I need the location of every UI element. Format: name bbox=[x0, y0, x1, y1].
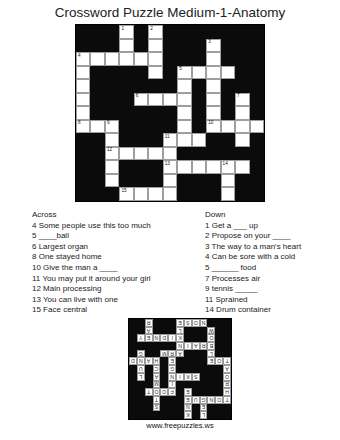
solution-letter: R bbox=[201, 343, 207, 349]
solution-grid: LKENSTONGUETHEFOOTRIMOSKINALAGCUTOEEHAND… bbox=[128, 318, 232, 420]
solution-cell-r10c3 bbox=[200, 334, 208, 342]
solution-cell-r9c7 bbox=[168, 342, 176, 350]
solution-cell-r10c0 bbox=[223, 334, 231, 342]
cell-r7c7[interactable] bbox=[177, 120, 191, 134]
solution-cell-r3c8: O bbox=[160, 388, 168, 396]
cell-r7c2[interactable]: 9 bbox=[105, 120, 119, 134]
cell-r2c3[interactable] bbox=[119, 52, 133, 66]
solution-letter: A bbox=[177, 351, 183, 357]
solution-cell-r8c7: R bbox=[168, 350, 176, 358]
cell-r7c1[interactable] bbox=[90, 120, 104, 134]
cell-r8c5 bbox=[148, 133, 162, 147]
cell-r11c8 bbox=[192, 174, 206, 188]
solution-cell-r9c6: N bbox=[176, 342, 184, 350]
solution-cell-r2c9: T bbox=[153, 396, 161, 404]
solution-letter: M bbox=[154, 382, 160, 388]
cell-r11c10[interactable] bbox=[221, 174, 235, 188]
cell-r2c5[interactable] bbox=[148, 52, 162, 66]
cell-r8c1 bbox=[90, 133, 104, 147]
solution-cell-r3c4 bbox=[192, 388, 200, 396]
cell-r0c0 bbox=[76, 25, 90, 39]
cell-r12c11 bbox=[235, 187, 249, 201]
solution-cell-r2c11 bbox=[137, 396, 145, 404]
cell-r4c10 bbox=[221, 79, 235, 93]
cell-r12c1 bbox=[90, 187, 104, 201]
solution-cell-r0c3: L bbox=[200, 411, 208, 419]
solution-cell-r4c4 bbox=[192, 381, 200, 389]
cell-r1c9[interactable]: 3 bbox=[206, 39, 220, 53]
cell-r2c4[interactable] bbox=[134, 52, 148, 66]
cell-r11c5 bbox=[148, 174, 162, 188]
solution-cell-r9c12 bbox=[129, 342, 137, 350]
solution-cell-r7c10: A bbox=[145, 357, 153, 365]
cell-r0c2 bbox=[105, 25, 119, 39]
solution-cell-r8c11: G bbox=[137, 350, 145, 358]
solution-cell-r2c7 bbox=[168, 396, 176, 404]
solution-cell-r4c0: R bbox=[223, 381, 231, 389]
down-clue-11: 11 Sprained bbox=[205, 295, 337, 306]
cell-r2c12 bbox=[250, 52, 264, 66]
cell-r10c0 bbox=[76, 160, 90, 174]
solution-cell-r0c10 bbox=[145, 411, 153, 419]
solution-cell-r12c8 bbox=[160, 319, 168, 327]
cell-r4c1 bbox=[90, 79, 104, 93]
solution-cell-r5c1 bbox=[215, 373, 223, 381]
cell-r4c2 bbox=[105, 79, 119, 93]
solution-cell-r6c1 bbox=[215, 365, 223, 373]
solution-cell-r0c2 bbox=[207, 411, 215, 419]
solution-cell-r5c2 bbox=[207, 373, 215, 381]
solution-letter: R bbox=[169, 351, 175, 357]
solution-cell-r2c12 bbox=[129, 396, 137, 404]
cell-r0c12 bbox=[250, 25, 264, 39]
cell-r0c4 bbox=[134, 25, 148, 39]
cell-r3c0[interactable] bbox=[76, 66, 90, 80]
cell-r11c2[interactable] bbox=[105, 174, 119, 188]
cell-r9c1 bbox=[90, 147, 104, 161]
cell-r5c7[interactable] bbox=[177, 93, 191, 107]
cell-r9c4[interactable] bbox=[134, 147, 148, 161]
solution-cell-r7c2: E bbox=[207, 357, 215, 365]
solution-cell-r1c6 bbox=[176, 404, 184, 412]
solution-letter: T bbox=[146, 389, 152, 395]
solution-cell-r4c10 bbox=[145, 381, 153, 389]
cell-r7c3 bbox=[119, 120, 133, 134]
cell-r11c6[interactable] bbox=[163, 174, 177, 188]
solution-letter: D bbox=[161, 335, 167, 341]
cell-r10c2[interactable] bbox=[105, 160, 119, 174]
cell-r4c3 bbox=[119, 79, 133, 93]
cell-r12c6[interactable] bbox=[163, 187, 177, 201]
solution-cell-r5c7: N bbox=[168, 373, 176, 381]
solution-cell-r9c11 bbox=[137, 342, 145, 350]
cell-r10c8[interactable] bbox=[192, 160, 206, 174]
solution-cell-r2c4: U bbox=[192, 396, 200, 404]
solution-letter: I bbox=[177, 374, 183, 380]
cell-r7c12[interactable] bbox=[250, 120, 264, 134]
cell-r2c9[interactable] bbox=[206, 52, 220, 66]
solution-cell-r10c6: K bbox=[176, 334, 184, 342]
solution-letter: N bbox=[154, 335, 160, 341]
cell-r10c10[interactable]: 14 bbox=[221, 160, 235, 174]
solution-letter: L bbox=[208, 351, 214, 357]
cell-r9c7 bbox=[177, 147, 191, 161]
cell-r4c0[interactable] bbox=[76, 79, 90, 93]
solution-cell-r0c7 bbox=[168, 411, 176, 419]
cell-r6c0[interactable] bbox=[76, 106, 90, 120]
down-heading: Down bbox=[205, 210, 337, 221]
solution-letter: H bbox=[154, 358, 160, 364]
cell-r1c10 bbox=[221, 39, 235, 53]
across-clue-12: 12 Main processing bbox=[32, 284, 197, 295]
solution-letter: U bbox=[138, 366, 144, 372]
cell-r5c6[interactable] bbox=[163, 93, 177, 107]
solution-cell-r7c12: D bbox=[129, 357, 137, 365]
solution-cell-r12c11 bbox=[137, 319, 145, 327]
solution-cell-r10c5 bbox=[184, 334, 192, 342]
cell-r8c12 bbox=[250, 133, 264, 147]
solution-cell-r9c3: R bbox=[200, 342, 208, 350]
cell-r0c7 bbox=[177, 25, 191, 39]
cell-r2c10 bbox=[221, 52, 235, 66]
cell-r7c0[interactable]: 8 bbox=[76, 120, 90, 134]
solution-cell-r12c5: S bbox=[184, 319, 192, 327]
solution-cell-r3c9: O bbox=[153, 388, 161, 396]
clue-number: 13 bbox=[165, 161, 170, 166]
solution-cell-r4c3 bbox=[200, 381, 208, 389]
cell-r2c8 bbox=[192, 52, 206, 66]
solution-cell-r3c3 bbox=[200, 388, 208, 396]
cell-r7c10[interactable] bbox=[221, 120, 235, 134]
cell-r2c6 bbox=[163, 52, 177, 66]
cell-r4c11 bbox=[235, 79, 249, 93]
across-heading: Across bbox=[32, 210, 197, 221]
solution-cell-r5c10 bbox=[145, 373, 153, 381]
solution-letter: A bbox=[146, 358, 152, 364]
cell-r0c11 bbox=[235, 25, 249, 39]
solution-letter: L bbox=[177, 328, 183, 334]
cell-r9c10 bbox=[221, 147, 235, 161]
across-clue-15: 15 Face central bbox=[32, 305, 197, 316]
solution-cell-r3c7: F bbox=[168, 388, 176, 396]
solution-cell-r7c4 bbox=[192, 357, 200, 365]
solution-cell-r6c12 bbox=[129, 365, 137, 373]
cell-r8c6[interactable]: 11 bbox=[163, 133, 177, 147]
cell-r12c8 bbox=[192, 187, 206, 201]
across-clues: Across 4 Some people use this too much5 … bbox=[32, 210, 197, 316]
cell-r5c9[interactable] bbox=[206, 93, 220, 107]
solution-cell-r3c10: T bbox=[145, 388, 153, 396]
cell-r4c9[interactable] bbox=[206, 79, 220, 93]
cell-r9c9 bbox=[206, 147, 220, 161]
clue-number: 1 bbox=[121, 26, 124, 31]
cell-r1c5[interactable] bbox=[148, 39, 162, 53]
solution-cell-r1c4 bbox=[192, 404, 200, 412]
cell-r10c7[interactable] bbox=[177, 160, 191, 174]
solution-letter: G bbox=[169, 366, 175, 372]
solution-cell-r7c1: O bbox=[215, 357, 223, 365]
cell-r1c11 bbox=[235, 39, 249, 53]
cell-r12c3[interactable]: 15 bbox=[119, 187, 133, 201]
solution-cell-r10c10: E bbox=[145, 334, 153, 342]
solution-cell-r9c5: I bbox=[184, 342, 192, 350]
solution-cell-r12c6: E bbox=[176, 319, 184, 327]
cell-r9c2[interactable]: 12 bbox=[105, 147, 119, 161]
solution-cell-r1c2 bbox=[207, 404, 215, 412]
solution-cell-r8c4 bbox=[192, 350, 200, 358]
solution-cell-r8c3 bbox=[200, 350, 208, 358]
solution-cell-r11c8 bbox=[160, 327, 168, 335]
solution-cell-r1c3: E bbox=[200, 404, 208, 412]
cell-r11c3 bbox=[119, 174, 133, 188]
cell-r8c8[interactable] bbox=[192, 133, 206, 147]
cell-r10c11[interactable] bbox=[235, 160, 249, 174]
solution-letter: O bbox=[216, 358, 222, 364]
clue-number: 11 bbox=[165, 134, 170, 139]
cell-r5c5[interactable] bbox=[148, 93, 162, 107]
cell-r12c2 bbox=[105, 187, 119, 201]
solution-cell-r12c7 bbox=[168, 319, 176, 327]
solution-cell-r6c4 bbox=[192, 365, 200, 373]
solution-cell-r11c3 bbox=[200, 327, 208, 335]
solution-cell-r6c2 bbox=[207, 365, 215, 373]
cell-r3c5[interactable] bbox=[148, 66, 162, 80]
solution-cell-r0c11 bbox=[137, 411, 145, 419]
solution-cell-r12c1 bbox=[215, 319, 223, 327]
solution-cell-r9c2: B bbox=[207, 342, 215, 350]
cell-r3c6 bbox=[163, 66, 177, 80]
across-clue-8: 8 One stayed home bbox=[32, 252, 197, 263]
solution-letter: N bbox=[201, 320, 207, 326]
cell-r6c4 bbox=[134, 106, 148, 120]
cell-r1c12 bbox=[250, 39, 264, 53]
solution-letter: E bbox=[146, 335, 152, 341]
solution-cell-r8c10 bbox=[145, 350, 153, 358]
solution-letter: O bbox=[224, 374, 230, 380]
cell-r5c4[interactable]: 6 bbox=[134, 93, 148, 107]
solution-letter: K bbox=[177, 335, 183, 341]
solution-cell-r7c0: T bbox=[223, 357, 231, 365]
cell-r0c8 bbox=[192, 25, 206, 39]
solution-cell-r6c9: C bbox=[153, 365, 161, 373]
solution-cell-r4c12 bbox=[129, 381, 137, 389]
solution-letter: A bbox=[146, 328, 152, 334]
cell-r5c11[interactable]: 7 bbox=[235, 93, 249, 107]
cell-r3c10[interactable] bbox=[221, 66, 235, 80]
cell-r10c9[interactable] bbox=[206, 160, 220, 174]
solution-cell-r3c11 bbox=[137, 388, 145, 396]
solution-letter: R bbox=[224, 382, 230, 388]
clue-number: 9 bbox=[107, 120, 110, 125]
solution-cell-r6c7: G bbox=[168, 365, 176, 373]
cell-r3c4 bbox=[134, 66, 148, 80]
clue-number: 6 bbox=[136, 93, 139, 98]
solution-letter: G bbox=[201, 397, 207, 403]
cell-r7c4 bbox=[134, 120, 148, 134]
cell-r6c10 bbox=[221, 106, 235, 120]
cell-r4c5 bbox=[148, 79, 162, 93]
cell-r7c6 bbox=[163, 120, 177, 134]
cell-r1c1 bbox=[90, 39, 104, 53]
cell-r4c7[interactable] bbox=[177, 79, 191, 93]
solution-cell-r9c10 bbox=[145, 342, 153, 350]
solution-letter: N bbox=[208, 397, 214, 403]
cell-r6c2 bbox=[105, 106, 119, 120]
cell-r8c0 bbox=[76, 133, 90, 147]
solution-letter: W bbox=[208, 328, 214, 334]
cell-r9c8 bbox=[192, 147, 206, 161]
site-url: www.freepuzzles.ws bbox=[128, 421, 232, 430]
solution-cell-r1c1 bbox=[215, 404, 223, 412]
cell-r5c8 bbox=[192, 93, 206, 107]
solution-cell-r11c9 bbox=[153, 327, 161, 335]
cell-r11c12 bbox=[250, 174, 264, 188]
cell-r6c7[interactable] bbox=[177, 106, 191, 120]
solution-letter: E bbox=[201, 405, 207, 411]
cell-r9c6[interactable] bbox=[163, 147, 177, 161]
cell-r0c3[interactable]: 1 bbox=[119, 25, 133, 39]
solution-cell-r4c6 bbox=[176, 381, 184, 389]
cell-r5c12 bbox=[250, 93, 264, 107]
cell-r5c0[interactable] bbox=[76, 93, 90, 107]
cell-r10c12 bbox=[250, 160, 264, 174]
solution-letter: K bbox=[185, 374, 191, 380]
solution-cell-r11c0 bbox=[223, 327, 231, 335]
solution-letter: A bbox=[224, 366, 230, 372]
solution-cell-r11c10: A bbox=[145, 327, 153, 335]
cell-r10c6[interactable]: 13 bbox=[163, 160, 177, 174]
solution-cell-r11c4 bbox=[192, 327, 200, 335]
solution-cell-r5c9: A bbox=[153, 373, 161, 381]
solution-cell-r7c8 bbox=[160, 357, 168, 365]
cell-r12c4[interactable] bbox=[134, 187, 148, 201]
cell-r11c0 bbox=[76, 174, 90, 188]
cell-r12c5[interactable] bbox=[148, 187, 162, 201]
solution-cell-r8c5 bbox=[184, 350, 192, 358]
solution-cell-r6c10 bbox=[145, 365, 153, 373]
solution-cell-r5c0: O bbox=[223, 373, 231, 381]
solution-cell-r7c7: E bbox=[168, 357, 176, 365]
solution-cell-r2c2: N bbox=[207, 396, 215, 404]
solution-letter: N bbox=[185, 405, 191, 411]
cell-r3c8[interactable] bbox=[192, 66, 206, 80]
cell-r11c7 bbox=[177, 174, 191, 188]
cell-r5c10 bbox=[221, 93, 235, 107]
solution-cell-r12c2 bbox=[207, 319, 215, 327]
solution-letter: N bbox=[138, 358, 144, 364]
solution-cell-r5c5: K bbox=[184, 373, 192, 381]
solution-letter: E bbox=[208, 358, 214, 364]
cell-r7c9[interactable]: 10 bbox=[206, 120, 220, 134]
cell-r12c12 bbox=[250, 187, 264, 201]
cell-r7c5 bbox=[148, 120, 162, 134]
solution-cell-r0c9 bbox=[153, 411, 161, 419]
solution-cell-r10c7: I bbox=[168, 334, 176, 342]
cell-r12c9 bbox=[206, 187, 220, 201]
solution-cell-r4c1 bbox=[215, 381, 223, 389]
cell-r12c10[interactable] bbox=[221, 187, 235, 201]
solution-cell-r12c9 bbox=[153, 319, 161, 327]
cell-r2c0[interactable]: 4 bbox=[76, 52, 90, 66]
cell-r9c3[interactable] bbox=[119, 147, 133, 161]
cell-r1c6 bbox=[163, 39, 177, 53]
cell-r8c2[interactable] bbox=[105, 133, 119, 147]
solution-letter: O bbox=[216, 397, 222, 403]
solution-cell-r4c7: I bbox=[168, 381, 176, 389]
cell-r7c8 bbox=[192, 120, 206, 134]
clue-number: 5 bbox=[179, 66, 182, 71]
cell-r2c2[interactable] bbox=[105, 52, 119, 66]
solution-cell-r12c3: N bbox=[200, 319, 208, 327]
solution-letter: C bbox=[154, 366, 160, 372]
cell-r3c7[interactable]: 5 bbox=[177, 66, 191, 80]
across-clue-10: 10 Give the man a ____ bbox=[32, 263, 197, 274]
solution-letter: R bbox=[146, 320, 152, 326]
solution-cell-r6c0: A bbox=[223, 365, 231, 373]
cell-r10c1 bbox=[90, 160, 104, 174]
cell-r0c9 bbox=[206, 25, 220, 39]
solution-cell-r3c5: E bbox=[184, 388, 192, 396]
across-clue-4: 4 Some people use this too much bbox=[32, 221, 197, 232]
solution-cell-r6c11: U bbox=[137, 365, 145, 373]
solution-cell-r2c1: O bbox=[215, 396, 223, 404]
solution-cell-r8c0 bbox=[223, 350, 231, 358]
solution-letter: F bbox=[169, 389, 175, 395]
solution-letter: O bbox=[208, 335, 214, 341]
cell-r3c9[interactable] bbox=[206, 66, 220, 80]
solution-letter: T bbox=[154, 397, 160, 403]
cell-r11c4 bbox=[134, 174, 148, 188]
solution-cell-r3c12 bbox=[129, 388, 137, 396]
cell-r6c9[interactable] bbox=[206, 106, 220, 120]
cell-r7c11[interactable] bbox=[235, 120, 249, 134]
cell-r10c5 bbox=[148, 160, 162, 174]
solution-cell-r6c8 bbox=[160, 365, 168, 373]
solution-cell-r8c2: L bbox=[207, 350, 215, 358]
solution-letter: L bbox=[138, 374, 144, 380]
across-clue-6: 6 Largest organ bbox=[32, 242, 197, 253]
solution-letter: M bbox=[161, 351, 167, 357]
cell-r8c7[interactable] bbox=[177, 133, 191, 147]
solution-letter: A bbox=[193, 343, 199, 349]
solution-letter: N bbox=[169, 374, 175, 380]
solution-cell-r2c8 bbox=[160, 396, 168, 404]
solution-cell-r7c3 bbox=[200, 357, 208, 365]
cell-r8c11[interactable] bbox=[235, 133, 249, 147]
solution-cell-r9c8 bbox=[160, 342, 168, 350]
solution-cell-r4c11 bbox=[137, 381, 145, 389]
down-clues: Down 1 Get a ___ up2 Propose on your ___… bbox=[205, 210, 337, 316]
cell-r2c1[interactable] bbox=[90, 52, 104, 66]
cell-r6c11[interactable] bbox=[235, 106, 249, 120]
solution-cell-r8c12 bbox=[129, 350, 137, 358]
cell-r0c5[interactable]: 2 bbox=[148, 25, 162, 39]
cell-r0c6 bbox=[163, 25, 177, 39]
solution-letter: E bbox=[177, 320, 183, 326]
cell-r1c8 bbox=[192, 39, 206, 53]
cell-r1c3[interactable] bbox=[119, 39, 133, 53]
solution-letter: K bbox=[185, 412, 191, 418]
solution-cell-r10c1 bbox=[215, 334, 223, 342]
solution-letter: Y bbox=[138, 335, 144, 341]
solution-letter: A bbox=[154, 374, 160, 380]
solution-cell-r1c10 bbox=[145, 404, 153, 412]
solution-letter: G bbox=[138, 351, 144, 357]
solution-cell-r5c4: S bbox=[192, 373, 200, 381]
clue-number: 7 bbox=[237, 93, 240, 98]
cell-r9c5[interactable] bbox=[148, 147, 162, 161]
cell-r8c9 bbox=[206, 133, 220, 147]
